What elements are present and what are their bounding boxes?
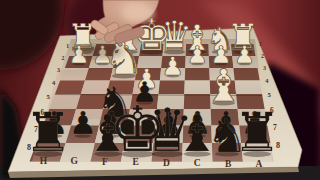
rank-label-left-3: 3	[57, 67, 60, 73]
rank-label-right-5: 5	[267, 91, 271, 98]
rank-label-left-2: 2	[62, 55, 65, 61]
rank-label-left-5: 5	[47, 93, 51, 100]
video-frame: Wooden folding chessboard on a table in …	[0, 0, 320, 180]
rank-label-right-2: 2	[261, 53, 264, 59]
hand-shadow-on-board	[80, 45, 124, 59]
rank-label-right-3: 3	[263, 65, 266, 71]
rank-label-right-1: 1	[259, 41, 262, 47]
piece-white-pawn-d3: ♟	[161, 51, 184, 81]
photo-scene: HGFEDCBA1122334455667788 ♜♞♝♛♚♝♜♟♟♟♟♟♟♟♞…	[0, 0, 320, 180]
piece-black-bishop-f8: ♝	[85, 103, 131, 163]
knuckle-highlight	[122, 4, 154, 22]
piece-black-rook-h8: ♜	[24, 101, 72, 164]
